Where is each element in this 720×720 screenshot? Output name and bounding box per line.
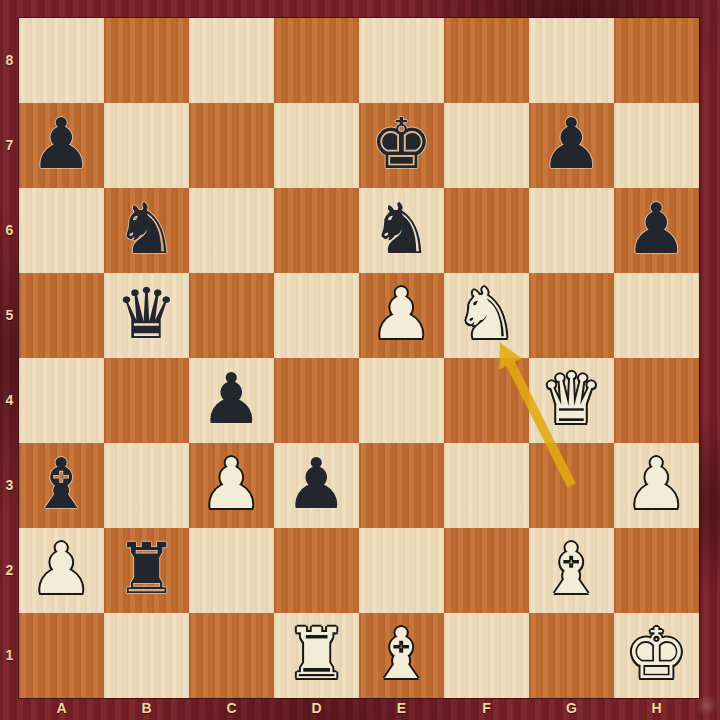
square-a6 [19, 188, 104, 273]
file-label-e: E [359, 697, 444, 720]
black-pawn-d3: ♟ [274, 443, 359, 528]
square-g7: ♟ [529, 103, 614, 188]
square-c7 [189, 103, 274, 188]
square-b5: ♛ [104, 273, 189, 358]
rank-label-8: 8 [0, 18, 19, 103]
square-e6: ♞ [359, 188, 444, 273]
square-f1 [444, 613, 529, 698]
square-a4 [19, 358, 104, 443]
square-c3: ♟ [189, 443, 274, 528]
square-b6: ♞ [104, 188, 189, 273]
square-a2: ♟ [19, 528, 104, 613]
file-label-h: H [614, 697, 699, 720]
square-d7 [274, 103, 359, 188]
square-d4 [274, 358, 359, 443]
square-h7 [614, 103, 699, 188]
square-d8 [274, 18, 359, 103]
black-king-e7: ♚ [359, 103, 444, 188]
square-a8 [19, 18, 104, 103]
square-a7: ♟ [19, 103, 104, 188]
square-b7 [104, 103, 189, 188]
square-h2 [614, 528, 699, 613]
white-pawn-e5: ♟ [359, 273, 444, 358]
chessboard-diagram: ♟♚♟♞♞♟♛♟♞♟♛♝♟♟♟♟♜♝♜♝♚ 87654321 ABCDEFGH [0, 0, 720, 720]
square-h4 [614, 358, 699, 443]
file-label-d: D [274, 697, 359, 720]
square-c4: ♟ [189, 358, 274, 443]
square-f3 [444, 443, 529, 528]
square-f6 [444, 188, 529, 273]
file-label-g: G [529, 697, 614, 720]
white-king-h1: ♚ [614, 613, 699, 698]
white-pawn-a2: ♟ [19, 528, 104, 613]
file-label-a: A [19, 697, 104, 720]
white-knight-f5: ♞ [444, 273, 529, 358]
black-knight-e6: ♞ [359, 188, 444, 273]
square-a1 [19, 613, 104, 698]
file-label-f: F [444, 697, 529, 720]
square-g1 [529, 613, 614, 698]
square-b8 [104, 18, 189, 103]
black-pawn-c4: ♟ [189, 358, 274, 443]
rank-label-6: 6 [0, 188, 19, 273]
rank-label-1: 1 [0, 613, 19, 698]
rank-label-4: 4 [0, 358, 19, 443]
square-c5 [189, 273, 274, 358]
square-b4 [104, 358, 189, 443]
square-e4 [359, 358, 444, 443]
square-h3: ♟ [614, 443, 699, 528]
white-pawn-h3: ♟ [614, 443, 699, 528]
black-bishop-a3: ♝ [19, 443, 104, 528]
black-pawn-a7: ♟ [19, 103, 104, 188]
square-d2 [274, 528, 359, 613]
square-c2 [189, 528, 274, 613]
white-bishop-e1: ♝ [359, 613, 444, 698]
square-e2 [359, 528, 444, 613]
square-f4 [444, 358, 529, 443]
square-a5 [19, 273, 104, 358]
black-pawn-g7: ♟ [529, 103, 614, 188]
square-c1 [189, 613, 274, 698]
square-c6 [189, 188, 274, 273]
rank-label-2: 2 [0, 528, 19, 613]
square-c8 [189, 18, 274, 103]
black-pawn-h6: ♟ [614, 188, 699, 273]
white-rook-d1: ♜ [274, 613, 359, 698]
square-e5: ♟ [359, 273, 444, 358]
square-h1: ♚ [614, 613, 699, 698]
black-knight-b6: ♞ [104, 188, 189, 273]
square-d5 [274, 273, 359, 358]
chess-board: ♟♚♟♞♞♟♛♟♞♟♛♝♟♟♟♟♜♝♜♝♚ [19, 18, 699, 698]
square-d1: ♜ [274, 613, 359, 698]
square-f8 [444, 18, 529, 103]
square-d3: ♟ [274, 443, 359, 528]
square-h5 [614, 273, 699, 358]
white-pawn-c3: ♟ [189, 443, 274, 528]
square-d6 [274, 188, 359, 273]
square-f7 [444, 103, 529, 188]
square-f2 [444, 528, 529, 613]
square-g5 [529, 273, 614, 358]
square-e8 [359, 18, 444, 103]
square-e7: ♚ [359, 103, 444, 188]
rank-label-7: 7 [0, 103, 19, 188]
square-e3 [359, 443, 444, 528]
square-g2: ♝ [529, 528, 614, 613]
black-rook-b2: ♜ [104, 528, 189, 613]
rank-label-3: 3 [0, 443, 19, 528]
white-bishop-g2: ♝ [529, 528, 614, 613]
square-g3 [529, 443, 614, 528]
square-g4: ♛ [529, 358, 614, 443]
square-h6: ♟ [614, 188, 699, 273]
black-queen-b5: ♛ [104, 273, 189, 358]
square-b3 [104, 443, 189, 528]
file-label-c: C [189, 697, 274, 720]
square-h8 [614, 18, 699, 103]
watermark-dot [697, 696, 718, 717]
white-queen-g4: ♛ [529, 358, 614, 443]
square-b1 [104, 613, 189, 698]
square-a3: ♝ [19, 443, 104, 528]
square-e1: ♝ [359, 613, 444, 698]
rank-label-5: 5 [0, 273, 19, 358]
file-label-b: B [104, 697, 189, 720]
square-g8 [529, 18, 614, 103]
square-b2: ♜ [104, 528, 189, 613]
square-g6 [529, 188, 614, 273]
square-f5: ♞ [444, 273, 529, 358]
